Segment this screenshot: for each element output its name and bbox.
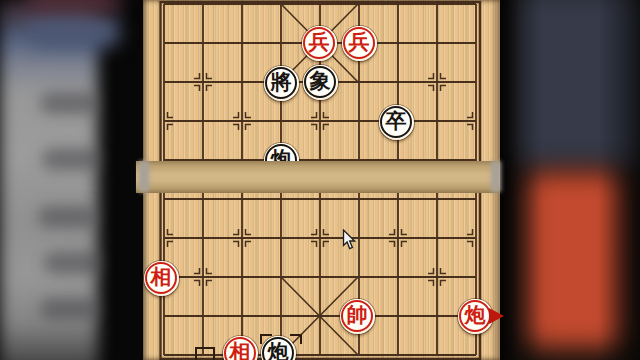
panel-shading	[500, 0, 640, 360]
piece-red-cannon[interactable]: 炮	[458, 299, 493, 334]
banner-end-cap	[491, 161, 501, 192]
piece-character: 相	[230, 342, 251, 360]
left-blur-panel	[0, 0, 143, 360]
piece-character: 兵	[349, 32, 370, 53]
piece-character: 將	[271, 72, 292, 93]
piece-character: 炮	[465, 305, 486, 326]
river-overlay-banner	[136, 161, 500, 193]
piece-character: 兵	[309, 32, 330, 53]
piece-character: 炮	[268, 342, 289, 360]
blur-maroon-blob	[26, 0, 122, 12]
right-blur-panel	[500, 0, 640, 360]
last-move-from-marker	[195, 347, 215, 360]
piece-black-general[interactable]: 將	[264, 66, 299, 101]
blur-smudge	[40, 92, 98, 114]
blur-smudge	[44, 252, 102, 274]
piece-black-elephant[interactable]: 象	[303, 65, 338, 100]
screenshot-frame: 兵兵將象卒炮相帥炮相炮	[0, 0, 640, 360]
blur-smudge	[40, 298, 98, 320]
piece-red-general[interactable]: 帥	[340, 299, 375, 334]
piece-character: 相	[151, 267, 172, 288]
blur-smudge	[38, 206, 96, 228]
banner-end-cap	[139, 161, 149, 192]
piece-red-pawn-e2[interactable]: 兵	[302, 26, 337, 61]
blur-smudge	[42, 148, 100, 170]
mouse-cursor	[342, 229, 357, 251]
piece-black-pawn[interactable]: 卒	[379, 105, 414, 140]
blur-blue-blob	[28, 14, 120, 48]
piece-red-elephant-1[interactable]: 相	[144, 261, 179, 296]
piece-character: 卒	[386, 111, 407, 132]
piece-red-pawn-f2[interactable]: 兵	[342, 26, 377, 61]
piece-character: 象	[310, 71, 331, 92]
piece-character: 帥	[347, 305, 368, 326]
